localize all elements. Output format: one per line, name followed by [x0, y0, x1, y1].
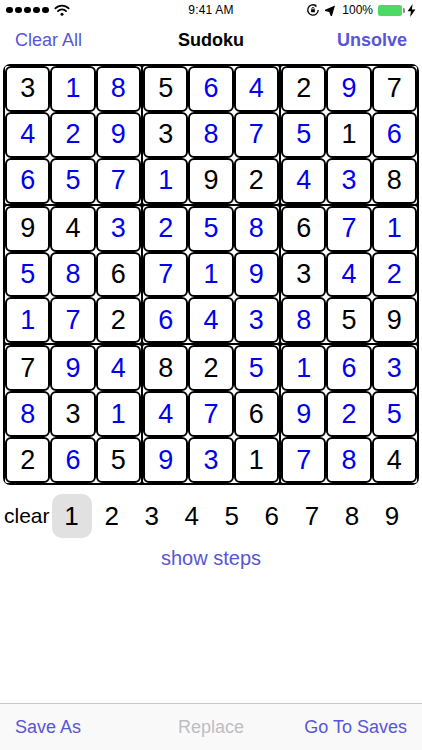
cell-r4c2[interactable]: 4 [50, 206, 95, 252]
battery-percent: 100% [342, 3, 373, 17]
board-block-4: 943586172 [5, 206, 141, 344]
board-block-9: 163925784 [281, 345, 417, 483]
key-4[interactable]: 4 [172, 494, 212, 538]
cell-r6c7[interactable]: 8 [281, 297, 326, 343]
cell-r6c3[interactable]: 2 [96, 297, 141, 343]
cell-r5c3[interactable]: 6 [96, 252, 141, 298]
cell-r5c6[interactable]: 9 [234, 252, 279, 298]
cell-r8c8[interactable]: 2 [326, 391, 371, 437]
cell-r2c4[interactable]: 3 [143, 112, 188, 158]
show-steps-row: show steps [0, 547, 422, 570]
cell-r3c1[interactable]: 6 [5, 158, 50, 204]
charging-bolt-icon [407, 4, 416, 17]
cell-r9c2[interactable]: 6 [50, 437, 95, 483]
cell-r3c3[interactable]: 7 [96, 158, 141, 204]
show-steps-button[interactable]: show steps [161, 547, 261, 570]
cell-r3c6[interactable]: 2 [234, 158, 279, 204]
cell-r9c3[interactable]: 5 [96, 437, 141, 483]
cell-r1c6[interactable]: 4 [234, 66, 279, 112]
cell-r9c8[interactable]: 8 [326, 437, 371, 483]
cell-r2c3[interactable]: 9 [96, 112, 141, 158]
cell-r1c7[interactable]: 2 [281, 66, 326, 112]
cell-r5c2[interactable]: 8 [50, 252, 95, 298]
board-block-5: 258719643 [143, 206, 279, 344]
cell-r2c8[interactable]: 1 [326, 112, 371, 158]
cell-r7c4[interactable]: 8 [143, 345, 188, 391]
cell-r7c5[interactable]: 2 [188, 345, 233, 391]
cell-r2c2[interactable]: 2 [50, 112, 95, 158]
cell-r4c3[interactable]: 3 [96, 206, 141, 252]
cell-r6c1[interactable]: 1 [5, 297, 50, 343]
cell-r1c3[interactable]: 8 [96, 66, 141, 112]
board-block-3: 297516438 [281, 66, 417, 204]
cell-r1c1[interactable]: 3 [5, 66, 50, 112]
status-bar: 9:41 AM 100% [0, 0, 422, 20]
cell-r8c3[interactable]: 1 [96, 391, 141, 437]
cell-r5c9[interactable]: 2 [372, 252, 417, 298]
cell-r9c6[interactable]: 1 [234, 437, 279, 483]
cell-r2c6[interactable]: 7 [234, 112, 279, 158]
cell-r1c4[interactable]: 5 [143, 66, 188, 112]
cell-r4c5[interactable]: 5 [188, 206, 233, 252]
unsolve-button[interactable]: Unsolve [337, 30, 407, 51]
save-as-button[interactable]: Save As [15, 717, 81, 738]
go-to-saves-button[interactable]: Go To Saves [304, 717, 407, 738]
replace-button[interactable]: Replace [178, 717, 244, 738]
cell-r4c6[interactable]: 8 [234, 206, 279, 252]
cell-r2c1[interactable]: 4 [5, 112, 50, 158]
cell-r7c1[interactable]: 7 [5, 345, 50, 391]
nav-bar: Clear All Sudoku Unsolve [0, 20, 422, 60]
cell-r5c5[interactable]: 1 [188, 252, 233, 298]
cell-r8c9[interactable]: 5 [372, 391, 417, 437]
cell-r6c5[interactable]: 4 [188, 297, 233, 343]
cell-r8c1[interactable]: 8 [5, 391, 50, 437]
key-8[interactable]: 8 [332, 494, 372, 538]
status-bar-right: 100% [302, 3, 416, 17]
cell-r9c7[interactable]: 7 [281, 437, 326, 483]
cell-r2c5[interactable]: 8 [188, 112, 233, 158]
board-block-2: 564387192 [143, 66, 279, 204]
cell-r4c1[interactable]: 9 [5, 206, 50, 252]
cell-r5c7[interactable]: 3 [281, 252, 326, 298]
clear-key[interactable]: clear [2, 504, 52, 528]
orientation-lock-icon [306, 3, 320, 17]
sudoku-board: 3184296575643871922975164389435861722587… [3, 64, 419, 485]
cell-r1c5[interactable]: 6 [188, 66, 233, 112]
cell-r9c4[interactable]: 9 [143, 437, 188, 483]
cell-r7c7[interactable]: 1 [281, 345, 326, 391]
cell-r6c8[interactable]: 5 [326, 297, 371, 343]
cell-r6c2[interactable]: 7 [50, 297, 95, 343]
key-6[interactable]: 6 [252, 494, 292, 538]
cell-r8c2[interactable]: 3 [50, 391, 95, 437]
cell-r5c4[interactable]: 7 [143, 252, 188, 298]
board-block-1: 318429657 [5, 66, 141, 204]
key-1[interactable]: 1 [52, 494, 92, 538]
key-2[interactable]: 2 [92, 494, 132, 538]
cell-r3c9[interactable]: 8 [372, 158, 417, 204]
cell-r8c5[interactable]: 7 [188, 391, 233, 437]
cell-r3c8[interactable]: 3 [326, 158, 371, 204]
cell-r9c1[interactable]: 2 [5, 437, 50, 483]
cell-r1c2[interactable]: 1 [50, 66, 95, 112]
cell-r7c2[interactable]: 9 [50, 345, 95, 391]
sudoku-app-screen: 9:41 AM 100% Clear All Sudoku Unsolve 31… [0, 0, 422, 750]
cell-r8c4[interactable]: 4 [143, 391, 188, 437]
key-9[interactable]: 9 [372, 494, 412, 538]
cell-r7c3[interactable]: 4 [96, 345, 141, 391]
location-icon [325, 4, 337, 16]
cell-r4c9[interactable]: 1 [372, 206, 417, 252]
board-block-6: 671342859 [281, 206, 417, 344]
cell-r1c8[interactable]: 9 [326, 66, 371, 112]
cell-r3c7[interactable]: 4 [281, 158, 326, 204]
cell-r5c1[interactable]: 5 [5, 252, 50, 298]
cell-r8c6[interactable]: 6 [234, 391, 279, 437]
key-3[interactable]: 3 [132, 494, 172, 538]
cell-r9c5[interactable]: 3 [188, 437, 233, 483]
cell-r4c8[interactable]: 7 [326, 206, 371, 252]
cell-r3c5[interactable]: 9 [188, 158, 233, 204]
cell-r1c9[interactable]: 7 [372, 66, 417, 112]
battery-icon [378, 5, 402, 16]
cell-r3c2[interactable]: 5 [50, 158, 95, 204]
key-5[interactable]: 5 [212, 494, 252, 538]
cell-r5c8[interactable]: 4 [326, 252, 371, 298]
cell-r6c4[interactable]: 6 [143, 297, 188, 343]
cell-r2c9[interactable]: 6 [372, 112, 417, 158]
clear-all-button[interactable]: Clear All [15, 30, 82, 51]
cell-r7c9[interactable]: 3 [372, 345, 417, 391]
cell-r4c4[interactable]: 2 [143, 206, 188, 252]
cell-r7c8[interactable]: 6 [326, 345, 371, 391]
cell-r8c7[interactable]: 9 [281, 391, 326, 437]
cell-r3c4[interactable]: 1 [143, 158, 188, 204]
board-block-7: 794831265 [5, 345, 141, 483]
cell-r6c9[interactable]: 9 [372, 297, 417, 343]
bottom-toolbar: Save As Replace Go To Saves [0, 703, 422, 750]
cell-r4c7[interactable]: 6 [281, 206, 326, 252]
cell-r9c9[interactable]: 4 [372, 437, 417, 483]
number-keypad: clear 123456789 [0, 494, 422, 538]
cell-r2c7[interactable]: 5 [281, 112, 326, 158]
key-7[interactable]: 7 [292, 494, 332, 538]
board-block-8: 825476931 [143, 345, 279, 483]
cell-r7c6[interactable]: 5 [234, 345, 279, 391]
cell-r6c6[interactable]: 3 [234, 297, 279, 343]
